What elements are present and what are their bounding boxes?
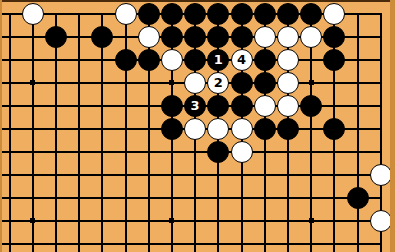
stone-white-D19	[22, 3, 44, 25]
stone-black-O17	[254, 49, 276, 71]
stone-black-R14	[323, 118, 345, 140]
grid-line-col-F	[78, 13, 80, 252]
stone-black-O19	[254, 3, 276, 25]
star-point-Q16	[309, 80, 314, 85]
board-top-border	[0, 0, 395, 2]
stone-white-T10	[370, 210, 392, 232]
star-point-Q10	[309, 218, 314, 223]
stone-black-M18	[207, 26, 229, 48]
stone-black-L19	[184, 3, 206, 25]
star-point-K10	[169, 218, 174, 223]
board-right-margin-edge	[390, 0, 395, 252]
stone-white-N13	[231, 141, 253, 163]
stone-white-P15	[277, 95, 299, 117]
move-number-4: 4	[237, 53, 246, 66]
stone-black-S11	[347, 187, 369, 209]
stone-black-J17	[138, 49, 160, 71]
stone-black-M19	[207, 3, 229, 25]
move-number-3: 3	[191, 99, 200, 112]
stone-white-O18	[254, 26, 276, 48]
stone-white-J18	[138, 26, 160, 48]
grid-line-row-10	[0, 220, 382, 222]
stone-black-L18	[184, 26, 206, 48]
stone-black-P14	[277, 118, 299, 140]
move-number-2: 2	[214, 76, 223, 89]
stone-black-N15	[231, 95, 253, 117]
stone-black-G18	[91, 26, 113, 48]
stone-black-K14	[161, 118, 183, 140]
stone-white-Q18	[300, 26, 322, 48]
grid-line-col-D	[32, 13, 34, 252]
stone-black-M13	[207, 141, 229, 163]
stone-white-R19	[323, 3, 345, 25]
star-point-D16	[30, 80, 35, 85]
stone-black-R17	[323, 49, 345, 71]
stone-black-N16	[231, 72, 253, 94]
stone-black-O16	[254, 72, 276, 94]
star-point-D10	[30, 218, 35, 223]
stone-black-L15: 3	[184, 95, 206, 117]
grid-line-row-9	[0, 243, 382, 245]
stone-black-L17	[184, 49, 206, 71]
stone-white-M14	[207, 118, 229, 140]
go-board-diagram: 1342	[0, 0, 395, 252]
grid-line-row-11	[0, 197, 382, 199]
stone-white-T12	[370, 164, 392, 186]
grid-line-row-13	[0, 151, 382, 153]
stone-black-H17	[115, 49, 137, 71]
stone-black-Q19	[300, 3, 322, 25]
grid-line-col-G	[101, 13, 103, 252]
stone-black-K19	[161, 3, 183, 25]
stone-white-P18	[277, 26, 299, 48]
stone-white-L16	[184, 72, 206, 94]
stone-white-N17: 4	[231, 49, 253, 71]
grid-line-col-Q	[310, 13, 312, 252]
star-point-K16	[169, 80, 174, 85]
stone-white-H19	[115, 3, 137, 25]
grid-line-row-12	[0, 174, 382, 176]
stone-black-M17: 1	[207, 49, 229, 71]
stone-black-N19	[231, 3, 253, 25]
grid-line-col-C	[9, 13, 11, 252]
grid-line-col-S	[357, 13, 359, 252]
stone-white-L14	[184, 118, 206, 140]
stone-black-Q15	[300, 95, 322, 117]
stone-black-N18	[231, 26, 253, 48]
stone-black-E18	[45, 26, 67, 48]
stone-black-K18	[161, 26, 183, 48]
stone-white-M16: 2	[207, 72, 229, 94]
stone-white-O15	[254, 95, 276, 117]
grid-line-col-E	[55, 13, 57, 252]
stone-black-K15	[161, 95, 183, 117]
stone-black-R18	[323, 26, 345, 48]
stone-black-O14	[254, 118, 276, 140]
stone-white-N14	[231, 118, 253, 140]
stone-white-P16	[277, 72, 299, 94]
move-number-1: 1	[214, 53, 223, 66]
cropped-left-edge	[0, 0, 2, 252]
stone-black-J19	[138, 3, 160, 25]
stone-white-K17	[161, 49, 183, 71]
stone-black-M15	[207, 95, 229, 117]
stone-white-P17	[277, 49, 299, 71]
stone-black-P19	[277, 3, 299, 25]
